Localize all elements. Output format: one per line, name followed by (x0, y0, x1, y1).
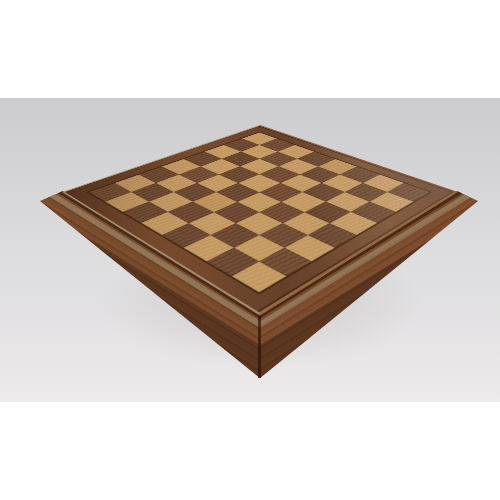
photo-stage (0, 0, 500, 500)
